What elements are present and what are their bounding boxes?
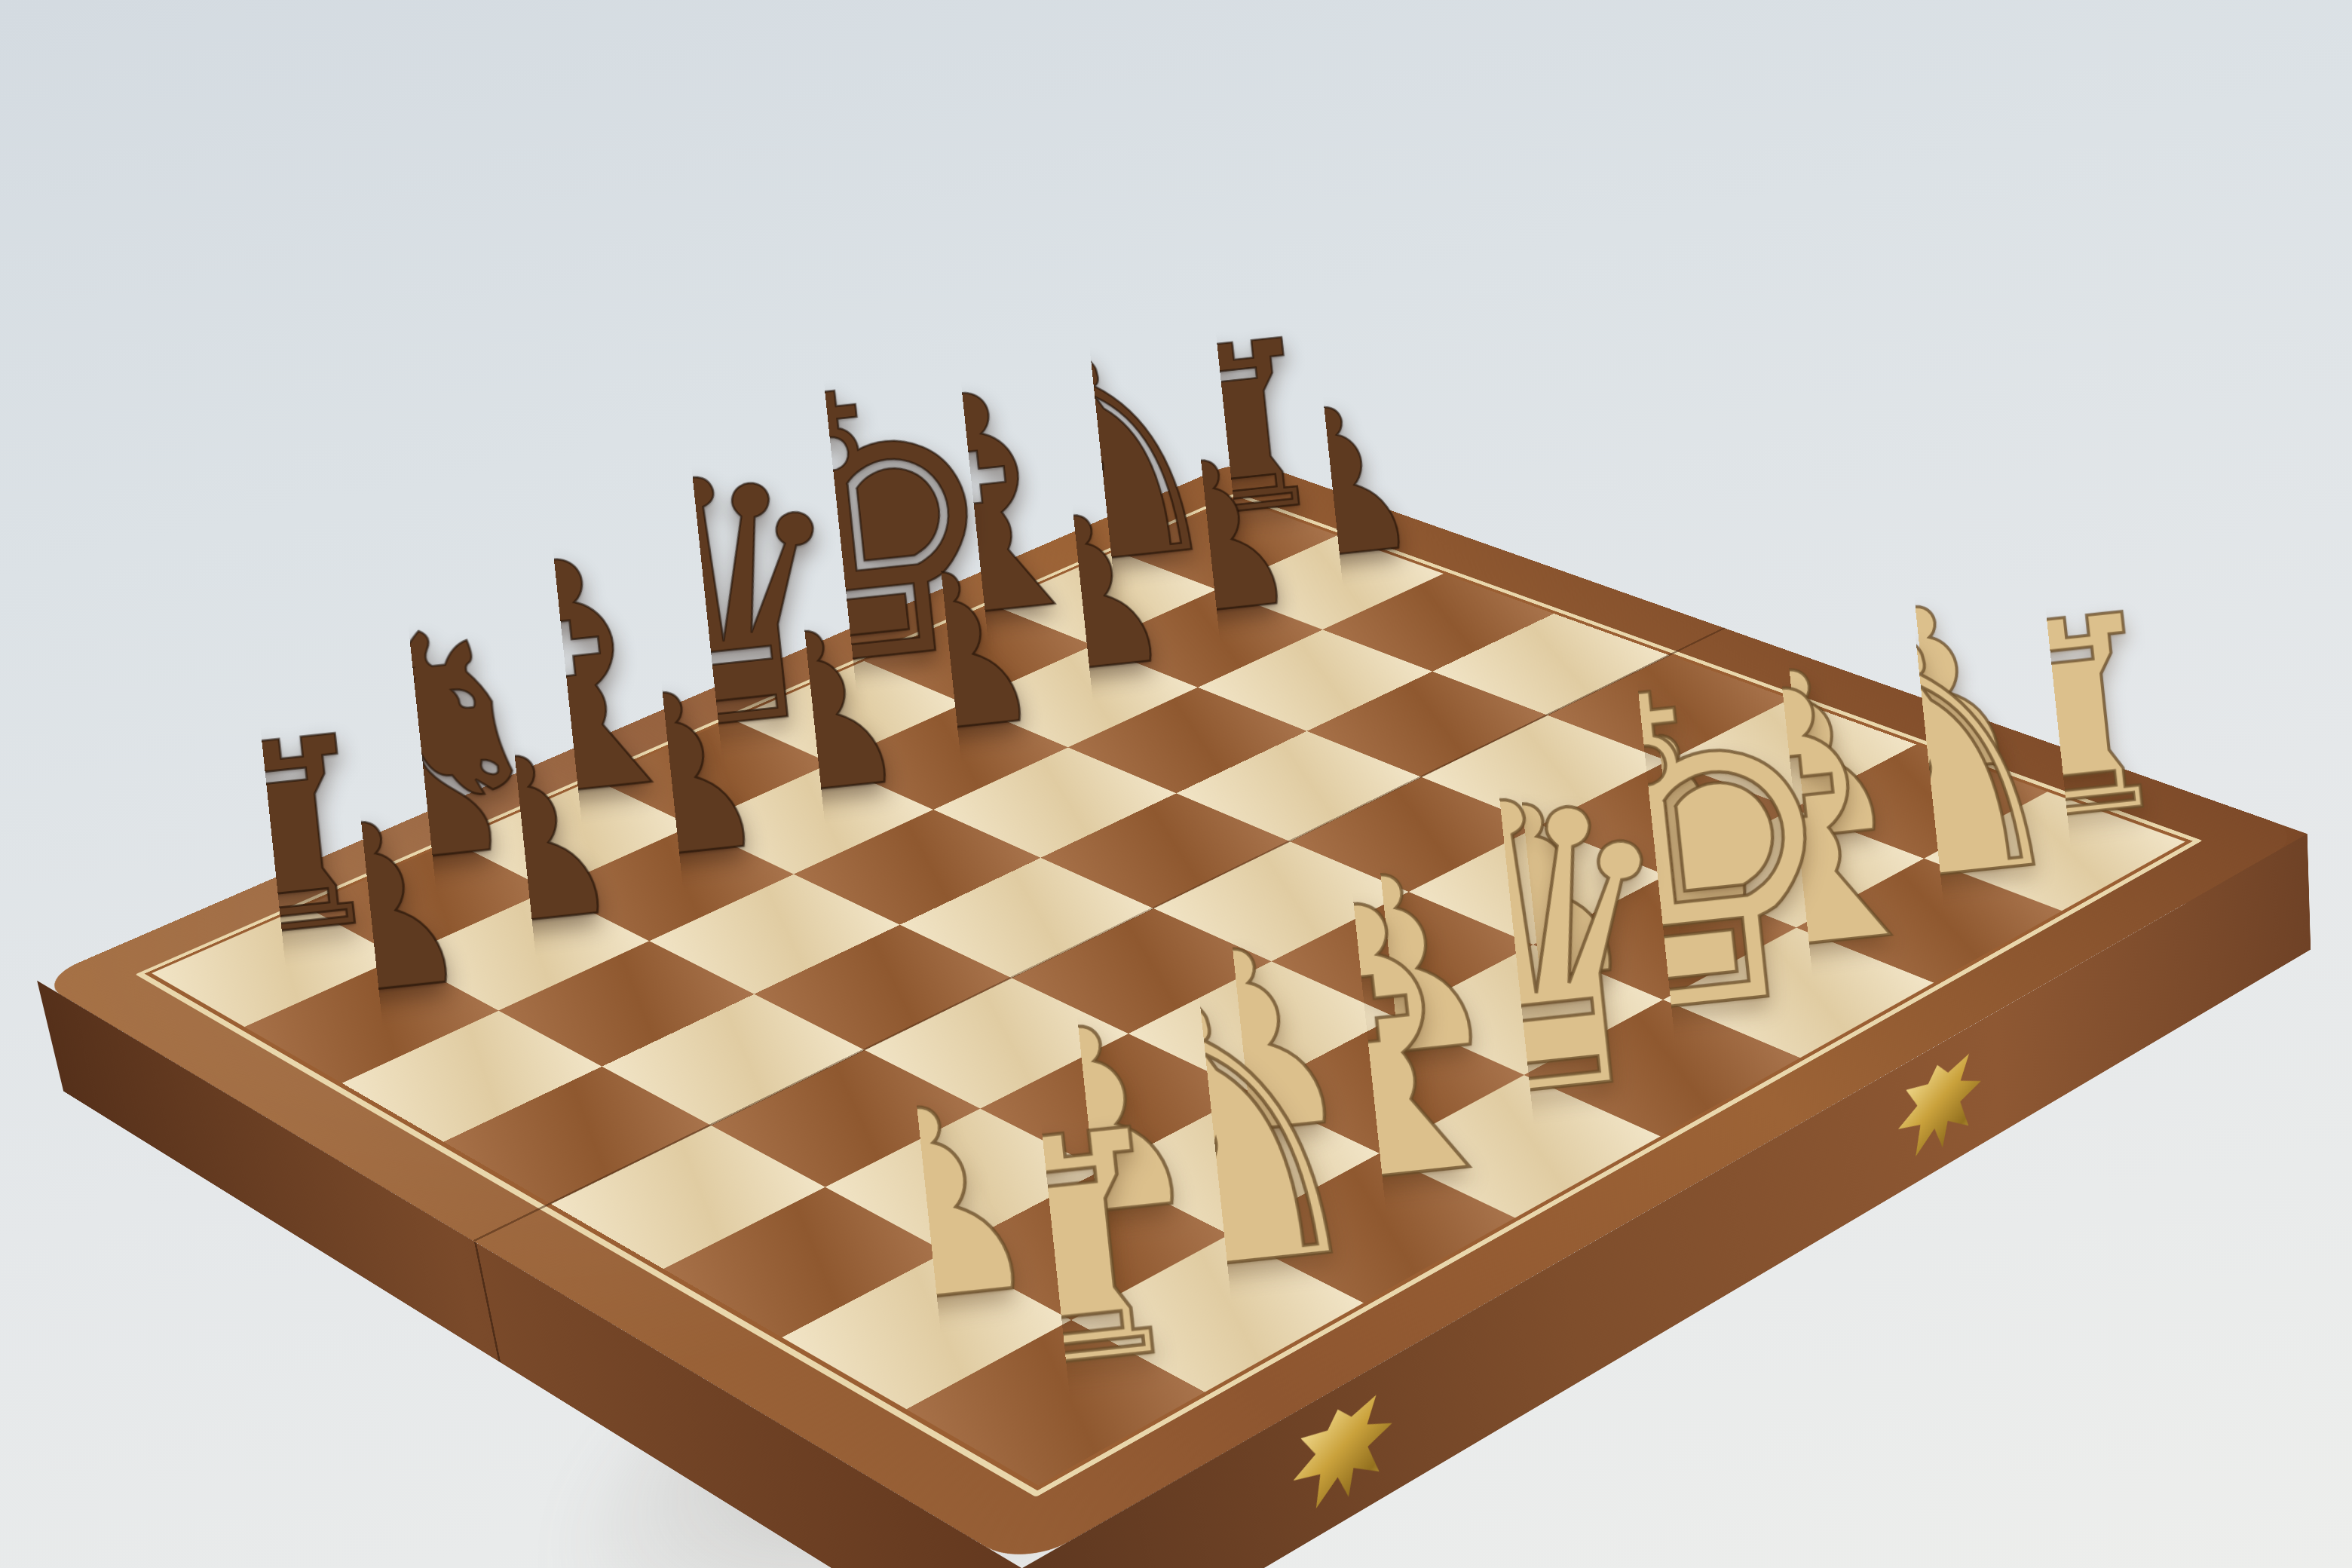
perspective-scene: ♜♞♝♛♚♝♞♜♟♟♟♟♟♟♟♟♟♟♟♟♟♟♟♟♜♞♝♛♚♝♞♜ <box>0 0 2352 1568</box>
brass-clasp-icon <box>1895 1041 1983 1172</box>
white-rook-glyph: ♜ <box>900 1085 1210 1423</box>
scene-tilt: ♜♞♝♛♚♝♞♜♟♟♟♟♟♟♟♟♟♟♟♟♟♟♟♟♜♞♝♛♚♝♞♜ <box>0 0 2352 1568</box>
board-grid: ♜♞♝♛♚♝♞♜♟♟♟♟♟♟♟♟♟♟♟♟♟♟♟♟♜♞♝♛♚♝♞♜ <box>152 498 2185 1485</box>
board-top: ♜♞♝♛♚♝♞♜♟♟♟♟♟♟♟♟♟♟♟♟♟♟♟♟♜♞♝♛♚♝♞♜ <box>37 458 2308 1568</box>
piece-black-pawn-h7[interactable]: ♟ <box>1321 384 1343 585</box>
piece-black-pawn-c7[interactable]: ♟ <box>660 667 683 887</box>
chess-board: ♜♞♝♛♚♝♞♜♟♟♟♟♟♟♟♟♟♟♟♟♟♟♟♟♜♞♝♛♚♝♞♜ <box>37 458 2308 1568</box>
piece-white-knight-b1[interactable]: ♞ <box>1195 956 1233 1318</box>
piece-black-pawn-g7[interactable]: ♟ <box>1199 437 1220 642</box>
piece-black-pawn-e7[interactable]: ♟ <box>939 548 960 759</box>
square-a1[interactable]: ♜ <box>907 1320 1205 1485</box>
piece-black-pawn-d7[interactable]: ♟ <box>802 607 825 822</box>
black-pawn-glyph: ♟ <box>256 786 485 1035</box>
piece-black-pawn-f7[interactable]: ♟ <box>1071 492 1093 699</box>
piece-white-rook-a1[interactable]: ♜ <box>1039 1099 1071 1408</box>
piece-black-pawn-a7[interactable]: ♟ <box>359 796 383 1024</box>
square-a7[interactable]: ♟ <box>244 957 498 1083</box>
piece-black-pawn-b7[interactable]: ♟ <box>512 730 535 954</box>
photo-background: ♜♞♝♛♚♝♞♜♟♟♟♟♟♟♟♟♟♟♟♟♟♟♟♟♜♞♝♛♚♝♞♜ <box>0 0 2352 1568</box>
